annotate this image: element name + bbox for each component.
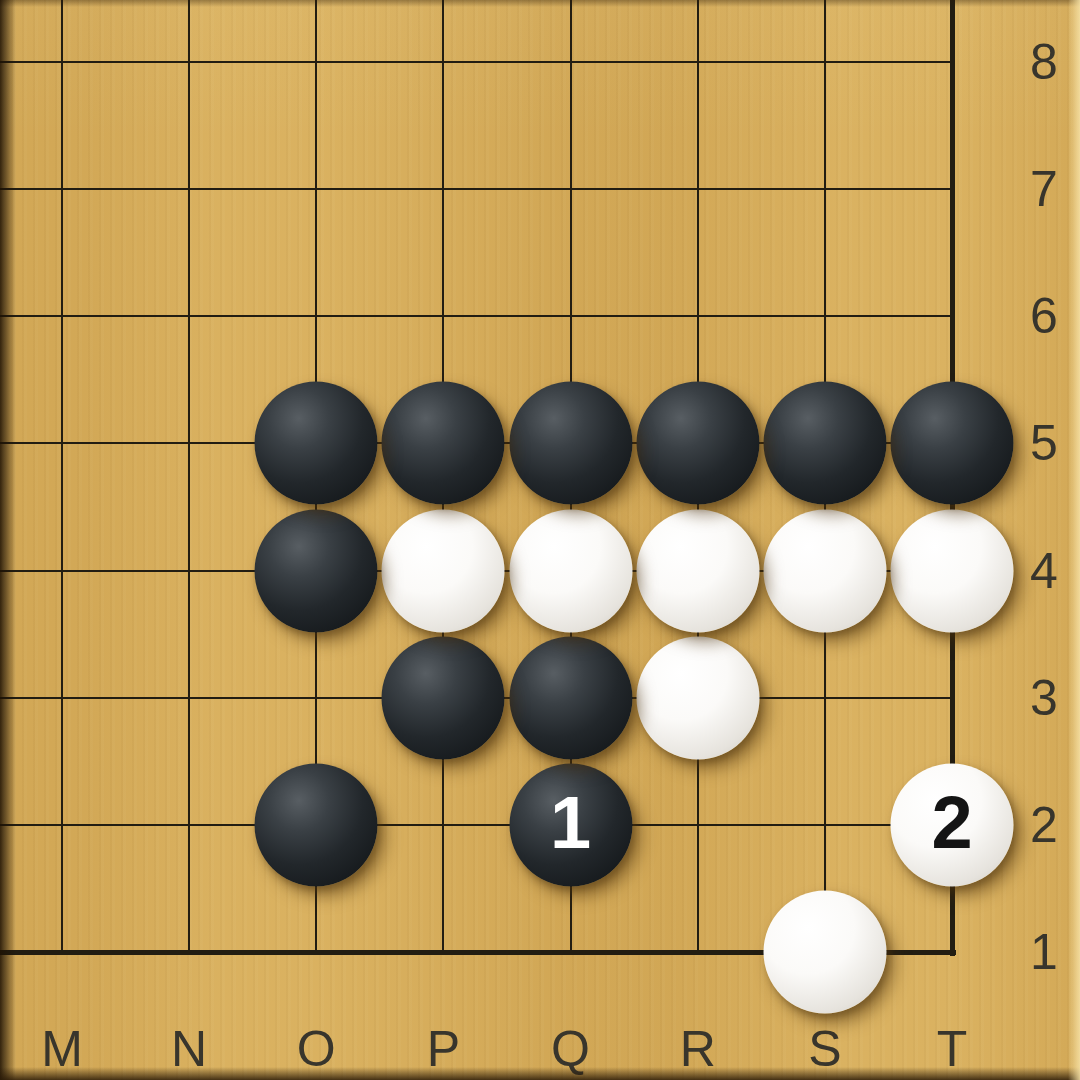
stone-Q2-black[interactable]: 1 bbox=[509, 763, 632, 886]
go-board[interactable]: MNOPQRST8765432121 bbox=[0, 0, 1080, 1080]
col-label-O: O bbox=[297, 1024, 336, 1074]
stone-Q4-white[interactable] bbox=[509, 509, 632, 632]
col-label-N: N bbox=[171, 1024, 207, 1074]
grid-line-col-N bbox=[188, 0, 190, 954]
grid-line-row-2 bbox=[0, 824, 954, 826]
stone-O4-black[interactable] bbox=[255, 509, 378, 632]
col-label-M: M bbox=[41, 1024, 83, 1074]
stone-O5-black[interactable] bbox=[255, 382, 378, 505]
grid-line-row-7 bbox=[0, 188, 954, 190]
stone-S5-black[interactable] bbox=[763, 382, 886, 505]
col-label-T: T bbox=[937, 1024, 968, 1074]
row-label-4: 4 bbox=[1030, 546, 1058, 596]
stone-S1-white[interactable] bbox=[763, 891, 886, 1014]
board-edge-highlight-right bbox=[1068, 0, 1080, 1080]
stone-R4-white[interactable] bbox=[636, 509, 759, 632]
stone-S4-white[interactable] bbox=[763, 509, 886, 632]
col-label-Q: Q bbox=[551, 1024, 590, 1074]
stone-P3-black[interactable] bbox=[382, 636, 505, 759]
stone-T5-black[interactable] bbox=[891, 382, 1014, 505]
col-label-R: R bbox=[680, 1024, 716, 1074]
row-label-5: 5 bbox=[1030, 418, 1058, 468]
stone-O2-black[interactable] bbox=[255, 763, 378, 886]
grid-line-row-6 bbox=[0, 315, 954, 317]
grid-line-col-M bbox=[61, 0, 63, 954]
row-label-2: 2 bbox=[1030, 800, 1058, 850]
stone-P4-white[interactable] bbox=[382, 509, 505, 632]
stone-T2-white[interactable]: 2 bbox=[891, 763, 1014, 886]
row-label-1: 1 bbox=[1030, 927, 1058, 977]
col-label-S: S bbox=[808, 1024, 841, 1074]
board-edge-shadow-left bbox=[0, 0, 16, 1080]
stone-P5-black[interactable] bbox=[382, 382, 505, 505]
stone-Q5-black[interactable] bbox=[509, 382, 632, 505]
grid-line-row-8 bbox=[0, 61, 954, 63]
stone-R3-white[interactable] bbox=[636, 636, 759, 759]
row-label-6: 6 bbox=[1030, 291, 1058, 341]
stone-T4-white[interactable] bbox=[891, 509, 1014, 632]
move-number-label-1: 1 bbox=[550, 786, 591, 860]
board-edge-shadow-top bbox=[0, 0, 1080, 7]
row-label-8: 8 bbox=[1030, 37, 1058, 87]
row-label-3: 3 bbox=[1030, 673, 1058, 723]
stone-Q3-black[interactable] bbox=[509, 636, 632, 759]
col-label-P: P bbox=[427, 1024, 460, 1074]
board-edge-shadow-bottom bbox=[0, 1067, 1080, 1080]
stone-R5-black[interactable] bbox=[636, 382, 759, 505]
row-label-7: 7 bbox=[1030, 164, 1058, 214]
move-number-label-2: 2 bbox=[931, 786, 972, 860]
